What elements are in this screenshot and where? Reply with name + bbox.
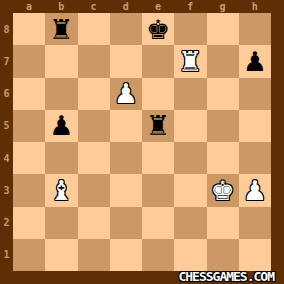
square-a1 — [13, 239, 45, 271]
square-h6 — [239, 78, 271, 110]
piece-white-pawn-h3: ♟ — [243, 177, 267, 204]
piece-black-rook-e5: ♜ — [146, 112, 170, 139]
file-label-d: d — [110, 0, 142, 13]
square-c6 — [78, 78, 110, 110]
square-f3 — [174, 174, 206, 206]
square-h2 — [239, 207, 271, 239]
square-e7 — [142, 45, 174, 77]
square-d1 — [110, 239, 142, 271]
square-f8 — [174, 13, 206, 45]
square-d8 — [110, 13, 142, 45]
square-b4 — [45, 142, 77, 174]
square-g8 — [207, 13, 239, 45]
square-b1 — [45, 239, 77, 271]
square-e6 — [142, 78, 174, 110]
square-f6 — [174, 78, 206, 110]
square-f4 — [174, 142, 206, 174]
square-b3: ♝ — [45, 174, 77, 206]
square-e2 — [142, 207, 174, 239]
square-c5 — [78, 110, 110, 142]
piece-white-bishop-b3: ♝ — [49, 177, 73, 204]
square-b2 — [45, 207, 77, 239]
square-h1 — [239, 239, 271, 271]
square-g5 — [207, 110, 239, 142]
square-b6 — [45, 78, 77, 110]
square-c1 — [78, 239, 110, 271]
chessgames-watermark: CHESSGAMES.COM — [178, 271, 274, 284]
square-d4 — [110, 142, 142, 174]
file-labels: abcdefgh — [13, 0, 271, 13]
square-g4 — [207, 142, 239, 174]
square-h5 — [239, 110, 271, 142]
square-h3: ♟ — [239, 174, 271, 206]
file-label-f: f — [174, 0, 206, 13]
square-a4 — [13, 142, 45, 174]
square-e1 — [142, 239, 174, 271]
square-g7 — [207, 45, 239, 77]
square-a5 — [13, 110, 45, 142]
file-label-e: e — [142, 0, 174, 13]
rank-label-8: 8 — [0, 13, 13, 45]
rank-label-5: 5 — [0, 110, 13, 142]
square-d2 — [110, 207, 142, 239]
piece-white-pawn-d6: ♟ — [114, 80, 138, 107]
square-f1 — [174, 239, 206, 271]
square-e8: ♚ — [142, 13, 174, 45]
square-b8: ♜ — [45, 13, 77, 45]
chess-diagram: abcdefgh 87654321 ♜♚♜♟♟♟♜♝♚♟ CHESSGAMES.… — [0, 0, 284, 284]
square-g2 — [207, 207, 239, 239]
square-c7 — [78, 45, 110, 77]
square-c2 — [78, 207, 110, 239]
square-a3 — [13, 174, 45, 206]
file-label-h: h — [239, 0, 271, 13]
square-c8 — [78, 13, 110, 45]
square-g3: ♚ — [207, 174, 239, 206]
square-a2 — [13, 207, 45, 239]
piece-black-king-e8: ♚ — [146, 16, 170, 43]
file-label-g: g — [207, 0, 239, 13]
file-label-b: b — [45, 0, 77, 13]
square-e3 — [142, 174, 174, 206]
square-d3 — [110, 174, 142, 206]
rank-label-6: 6 — [0, 78, 13, 110]
rank-label-2: 2 — [0, 207, 13, 239]
piece-white-rook-f7: ♜ — [178, 48, 202, 75]
square-d7 — [110, 45, 142, 77]
file-label-c: c — [78, 0, 110, 13]
square-f7: ♜ — [174, 45, 206, 77]
rank-label-1: 1 — [0, 239, 13, 271]
square-d5 — [110, 110, 142, 142]
square-c3 — [78, 174, 110, 206]
chess-board: ♜♚♜♟♟♟♜♝♚♟ — [13, 13, 271, 271]
square-b5: ♟ — [45, 110, 77, 142]
piece-black-pawn-h7: ♟ — [243, 48, 267, 75]
square-e4 — [142, 142, 174, 174]
square-g1 — [207, 239, 239, 271]
square-a7 — [13, 45, 45, 77]
square-a6 — [13, 78, 45, 110]
piece-black-pawn-b5: ♟ — [49, 112, 73, 139]
square-f5 — [174, 110, 206, 142]
piece-white-king-g3: ♚ — [211, 177, 235, 204]
square-g6 — [207, 78, 239, 110]
square-e5: ♜ — [142, 110, 174, 142]
piece-black-rook-b8: ♜ — [49, 16, 73, 43]
square-h7: ♟ — [239, 45, 271, 77]
file-label-a: a — [13, 0, 45, 13]
rank-label-4: 4 — [0, 142, 13, 174]
square-h4 — [239, 142, 271, 174]
square-d6: ♟ — [110, 78, 142, 110]
square-b7 — [45, 45, 77, 77]
square-h8 — [239, 13, 271, 45]
rank-label-7: 7 — [0, 45, 13, 77]
square-c4 — [78, 142, 110, 174]
rank-labels: 87654321 — [0, 13, 13, 271]
square-a8 — [13, 13, 45, 45]
rank-label-3: 3 — [0, 174, 13, 206]
square-f2 — [174, 207, 206, 239]
